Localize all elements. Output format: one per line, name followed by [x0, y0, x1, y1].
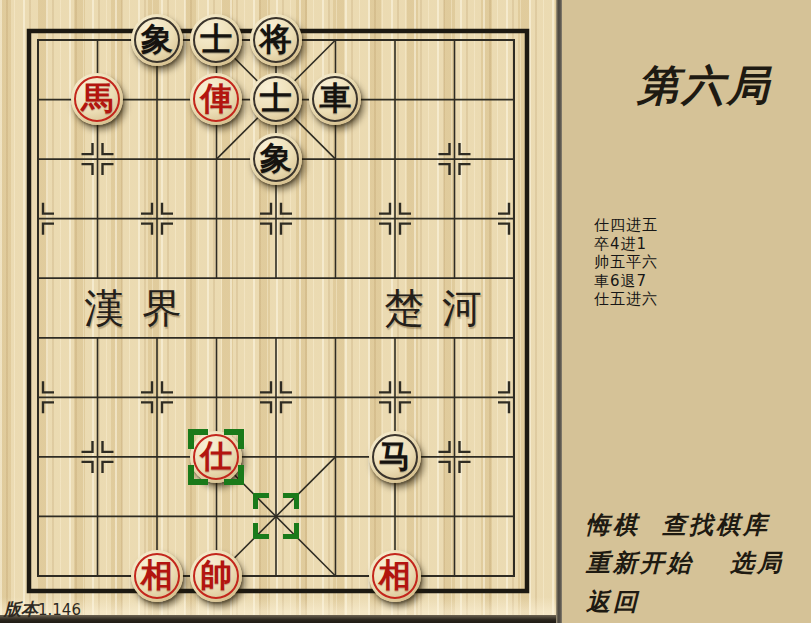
piece-red-帥[interactable]: 帥	[190, 550, 242, 602]
move-list-item: 卒4进1	[594, 235, 811, 254]
version-label: 版本	[4, 599, 38, 619]
button-row: 重新开始选局	[586, 544, 811, 583]
button-area: 悔棋查找棋库 重新开始选局 返回	[586, 506, 811, 622]
piece-glyph: 馬	[81, 82, 113, 114]
piece-black-象[interactable]: 象	[131, 14, 183, 66]
piece-glyph: 将	[260, 23, 292, 55]
board-panel: 漢界 楚河 象士将馬俥士車象仕马相帥相 版本1.146	[0, 0, 556, 623]
piece-red-俥[interactable]: 俥	[190, 73, 242, 125]
piece-black-将[interactable]: 将	[250, 14, 302, 66]
board[interactable]: 象士将馬俥士車象仕马相帥相	[8, 10, 544, 605]
move-list-item: 帅五平六	[594, 253, 811, 272]
version-number: 1.146	[38, 601, 81, 619]
move-origin-marker	[253, 493, 299, 539]
game-title: 第六局	[562, 56, 811, 116]
button-row: 返回	[586, 583, 811, 622]
piece-glyph: 象	[260, 142, 292, 174]
move-list-item: 車6退7	[594, 272, 811, 291]
piece-glyph: 相	[141, 559, 173, 591]
select-game-button[interactable]: 选局	[730, 544, 784, 583]
piece-glyph: 車	[319, 82, 351, 114]
sidebar: 第六局 仕四进五 卒4进1 帅五平六 車6退7 仕五进六 悔棋查找棋库 重新开始…	[562, 0, 811, 623]
piece-black-象[interactable]: 象	[250, 133, 302, 185]
piece-glyph: 士	[200, 23, 232, 55]
piece-glyph: 相	[379, 559, 411, 591]
undo-button[interactable]: 悔棋	[586, 506, 640, 545]
piece-black-車[interactable]: 車	[309, 73, 361, 125]
search-library-button[interactable]: 查找棋库	[662, 506, 770, 545]
piece-black-士[interactable]: 士	[250, 73, 302, 125]
xiangqi-app: 漢界 楚河 象士将馬俥士車象仕马相帥相 版本1.146 第六局 仕四进五 卒4进…	[0, 0, 811, 623]
piece-red-仕[interactable]: 仕	[190, 431, 242, 483]
piece-glyph: 帥	[200, 559, 232, 591]
piece-red-相[interactable]: 相	[369, 550, 421, 602]
restart-button[interactable]: 重新开始	[586, 544, 694, 583]
piece-glyph: 士	[260, 82, 292, 114]
move-list: 仕四进五 卒4进1 帅五平六 車6退7 仕五进六	[594, 216, 811, 309]
piece-black-马[interactable]: 马	[369, 431, 421, 483]
piece-glyph: 象	[141, 23, 173, 55]
back-button[interactable]: 返回	[586, 583, 640, 622]
board-bottom-shadow	[0, 615, 556, 623]
move-list-item: 仕五进六	[594, 290, 811, 309]
move-list-item: 仕四进五	[594, 216, 811, 235]
piece-glyph: 马	[379, 440, 411, 472]
button-row: 悔棋查找棋库	[586, 506, 811, 545]
piece-glyph: 仕	[200, 440, 232, 472]
piece-glyph: 俥	[200, 82, 232, 114]
version-text: 版本1.146	[4, 598, 81, 621]
piece-red-相[interactable]: 相	[131, 550, 183, 602]
piece-black-士[interactable]: 士	[190, 14, 242, 66]
board-bottom-bevel	[0, 597, 556, 615]
piece-red-馬[interactable]: 馬	[71, 73, 123, 125]
